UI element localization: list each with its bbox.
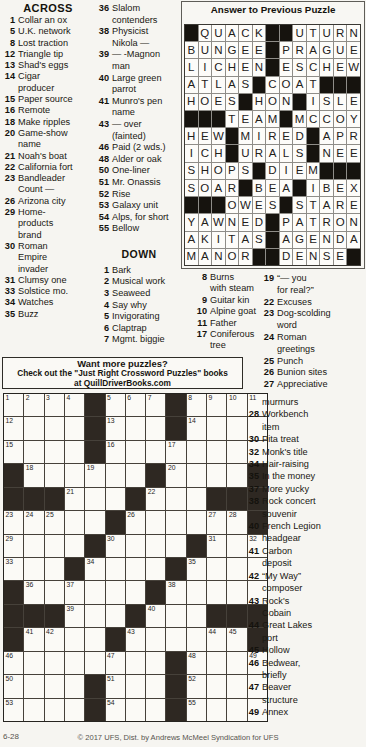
answer-letter-cell: M: [185, 249, 198, 265]
answer-letter-cell: A: [239, 232, 252, 248]
clue-number: 6: [96, 323, 112, 335]
puzzle-entry-cell[interactable]: [85, 488, 104, 510]
answer-letter-cell: L: [334, 94, 347, 110]
puzzle-entry-cell[interactable]: [24, 675, 43, 697]
puzzle-block-cell: [166, 558, 185, 580]
clue-text: Slalomcontenders: [112, 3, 182, 26]
puzzle-entry-cell[interactable]: [24, 699, 43, 721]
puzzle-entry-cell[interactable]: [146, 699, 165, 721]
puzzle-entry-cell[interactable]: 5: [106, 394, 125, 416]
answer-letter-cell: S: [293, 197, 306, 213]
puzzle-entry-cell[interactable]: [106, 464, 125, 486]
answer-letter-cell: W: [347, 59, 360, 75]
answer-letter-cell: B: [253, 180, 266, 196]
puzzle-entry-cell[interactable]: 22: [146, 488, 165, 510]
clue-number: 47: [245, 681, 262, 693]
answer-letter-cell: C: [239, 25, 252, 41]
answer-letter-cell: I: [199, 59, 212, 75]
clue-number: 18: [1, 117, 18, 128]
promo-box: Want more puzzles? Check out the "Just R…: [2, 357, 243, 389]
clue-20: 20Game-showname: [1, 128, 95, 151]
puzzle-entry-cell[interactable]: [106, 605, 125, 627]
puzzle-entry-cell[interactable]: [207, 581, 226, 603]
clue-text-line: Dog-scolding: [277, 308, 366, 320]
puzzle-entry-cell[interactable]: [207, 441, 226, 463]
answer-block-cell: [266, 249, 279, 265]
cell-number: 16: [107, 441, 115, 449]
puzzle-block-cell: [85, 417, 104, 439]
puzzle-entry-cell[interactable]: 20: [166, 464, 185, 486]
puzzle-entry-cell[interactable]: 26: [126, 511, 145, 533]
cell-number: 15: [6, 441, 14, 449]
puzzle-entry-cell[interactable]: [85, 605, 104, 627]
clue-31: 31Clumsy one: [1, 275, 95, 286]
across-header: ACROSS: [1, 2, 95, 15]
puzzle-entry-cell[interactable]: [166, 511, 185, 533]
puzzle-entry-cell[interactable]: 15: [4, 441, 23, 463]
clue-text-line: Cobain: [262, 607, 366, 619]
across-clues-column-1: ACROSS 1Collar an ox5U.K. network8Lost t…: [1, 2, 95, 320]
puzzle-entry-cell[interactable]: 40: [146, 605, 165, 627]
puzzle-entry-cell[interactable]: [187, 581, 206, 603]
clue-22: 22California fort: [1, 162, 95, 173]
puzzle-entry-cell[interactable]: [126, 675, 145, 697]
puzzle-entry-cell[interactable]: [106, 581, 125, 603]
puzzle-block-cell: [106, 511, 125, 533]
puzzle-entry-cell[interactable]: [24, 417, 43, 439]
clue-text-line: “My Way”: [262, 570, 366, 582]
clue-text-line: Cigar: [18, 71, 95, 82]
answer-letter-cell: A: [185, 232, 198, 248]
puzzle-entry-cell[interactable]: 39: [65, 605, 84, 627]
puzzle-entry-cell[interactable]: [227, 464, 246, 486]
answer-block-cell: [185, 25, 198, 41]
answer-letter-cell: K: [199, 232, 212, 248]
clue-text: Alps, for short: [112, 212, 182, 224]
answer-letter-cell: I: [253, 128, 266, 144]
clue-27: 27Appreciative: [261, 379, 366, 391]
copyright-line: © 2017 UFS, Dist. by Andrews McMeel Synd…: [33, 733, 323, 742]
puzzle-entry-cell[interactable]: 38: [166, 581, 185, 603]
puzzle-entry-cell[interactable]: [45, 581, 64, 603]
puzzle-entry-cell[interactable]: [126, 441, 145, 463]
puzzle-entry-cell[interactable]: [126, 558, 145, 580]
puzzle-entry-cell[interactable]: [146, 675, 165, 697]
puzzle-entry-cell[interactable]: 27: [207, 511, 226, 533]
answer-letter-cell: C: [199, 145, 212, 161]
clue-42: 42“My Way”composer: [245, 570, 366, 595]
puzzle-entry-cell[interactable]: [227, 535, 246, 557]
puzzle-entry-cell[interactable]: [45, 441, 64, 463]
clue-text-line: briefly: [262, 669, 366, 681]
clue-47: 47Beaverstructure: [245, 681, 366, 706]
puzzle-entry-cell[interactable]: 4: [65, 394, 84, 416]
puzzle-entry-cell[interactable]: [65, 441, 84, 463]
puzzle-entry-cell[interactable]: [85, 581, 104, 603]
puzzle-entry-cell[interactable]: 29: [4, 535, 23, 557]
puzzle-entry-cell[interactable]: [187, 628, 206, 650]
puzzle-entry-cell[interactable]: [126, 417, 145, 439]
puzzle-entry-cell[interactable]: [227, 675, 246, 697]
answer-letter-cell: A: [320, 197, 333, 213]
clue-8: 8Burnswith steam: [194, 272, 262, 295]
clue-text-line: deposit: [262, 557, 366, 569]
answer-letter-cell: A: [307, 42, 320, 58]
answer-letter-cell: B: [320, 180, 333, 196]
puzzle-entry-cell[interactable]: 37: [65, 581, 84, 603]
puzzle-entry-cell[interactable]: [146, 535, 165, 557]
answer-letter-cell: S: [239, 163, 252, 179]
puzzle-entry-cell[interactable]: [24, 652, 43, 674]
answer-letter-cell: M: [266, 111, 279, 127]
puzzle-entry-cell[interactable]: 52: [187, 675, 206, 697]
clue-34: 34Watches: [1, 297, 95, 308]
puzzle-entry-cell[interactable]: 2: [24, 394, 43, 416]
promo-url: at QuillDriverBooks.com: [3, 379, 242, 389]
clue-text-line: French Legion: [262, 520, 366, 532]
puzzle-block-cell: [85, 441, 104, 463]
clue-28: 28Workbenchitem: [245, 408, 366, 433]
clue-text: Mgmt. biggie: [112, 334, 182, 346]
puzzle-entry-cell[interactable]: [227, 441, 246, 463]
answer-letter-cell: N: [212, 42, 225, 58]
puzzle-entry-cell[interactable]: 54: [106, 699, 125, 721]
cell-number: 26: [127, 511, 135, 519]
puzzle-block-cell: [166, 675, 185, 697]
puzzle-entry-cell[interactable]: [146, 628, 165, 650]
clue-18: 18Make ripples: [1, 117, 95, 128]
puzzle-entry-cell[interactable]: 36: [24, 581, 43, 603]
cell-number: 44: [209, 628, 217, 636]
clue-number: 9: [194, 295, 210, 306]
answer-letter-cell: H: [212, 145, 225, 161]
puzzle-entry-cell[interactable]: 7: [146, 394, 165, 416]
answer-letter-cell: H: [226, 59, 239, 75]
puzzle-entry-cell[interactable]: 1: [4, 394, 23, 416]
answer-letter-cell: I: [280, 163, 293, 179]
clue-number: 30: [245, 433, 262, 445]
puzzle-entry-cell[interactable]: [24, 558, 43, 580]
puzzle-entry-cell[interactable]: [65, 675, 84, 697]
answer-letter-cell: C: [212, 59, 225, 75]
puzzle-entry-cell[interactable]: [146, 511, 165, 533]
puzzle-entry-cell[interactable]: 44: [207, 628, 226, 650]
clue-number: 43: [96, 119, 112, 131]
puzzle-entry-cell[interactable]: 12: [4, 417, 23, 439]
puzzle-entry-cell[interactable]: [45, 558, 64, 580]
puzzle-entry-cell[interactable]: [187, 488, 206, 510]
answer-letter-cell: A: [293, 77, 306, 93]
clue-text-line: Alder or oak: [112, 154, 182, 166]
clue-23: 23Dog-scoldingword: [261, 308, 366, 332]
puzzle-block-cell: [45, 605, 64, 627]
answer-letter-cell: N: [212, 249, 225, 265]
puzzle-entry-cell[interactable]: 47: [106, 652, 125, 674]
puzzle-entry-cell[interactable]: [106, 558, 125, 580]
puzzle-entry-cell[interactable]: 13: [106, 417, 125, 439]
clue-text: Buzz: [18, 309, 95, 320]
clue-number: 1: [1, 15, 18, 26]
puzzle-entry-cell[interactable]: 53: [4, 699, 23, 721]
puzzle-entry-cell[interactable]: 18: [24, 464, 43, 486]
puzzle-entry-cell[interactable]: 35: [187, 558, 206, 580]
clue-text: Rise: [112, 189, 182, 201]
puzzle-entry-cell[interactable]: [85, 652, 104, 674]
puzzle-entry-cell[interactable]: [207, 417, 226, 439]
clue-number: 13: [1, 60, 18, 71]
clue-number: 22: [261, 297, 277, 309]
answer-letter-cell: A: [199, 214, 212, 230]
down-clue-list-2: 8Burnswith steam9Guitar kin10Alpine goat…: [194, 272, 262, 352]
cell-number: 46: [6, 652, 14, 660]
clue-number: 33: [1, 286, 18, 297]
puzzle-entry-cell[interactable]: [207, 464, 226, 486]
puzzle-entry-cell[interactable]: 14: [187, 417, 206, 439]
puzzle-entry-cell[interactable]: 30: [106, 535, 125, 557]
cell-number: 42: [46, 628, 54, 636]
puzzle-entry-cell[interactable]: 48: [187, 652, 206, 674]
puzzle-block-cell: [4, 581, 23, 603]
answer-letter-cell: O: [226, 249, 239, 265]
puzzle-entry-cell[interactable]: [146, 558, 165, 580]
clue-text: Cigarproducer: [18, 71, 95, 94]
answer-letter-cell: R: [320, 214, 333, 230]
cell-number: 30: [107, 535, 115, 543]
clue-text-line: Guitar kin: [210, 295, 262, 306]
puzzle-entry-cell[interactable]: 6: [126, 394, 145, 416]
clue-text: Remote: [18, 105, 95, 116]
puzzle-entry-cell[interactable]: [187, 605, 206, 627]
answer-letter-cell: H: [320, 59, 333, 75]
puzzle-entry-cell[interactable]: 16: [106, 441, 125, 463]
clue-text-line: Slalom: [112, 3, 182, 15]
clue-text: Munro's penname: [112, 96, 182, 119]
answer-letter-cell: A: [212, 180, 225, 196]
down-clues-column-a: 8Burnswith steam9Guitar kin10Alpine goat…: [194, 272, 262, 352]
answer-letter-cell: D: [334, 232, 347, 248]
clue-text-line: — -Magnon: [112, 49, 182, 61]
clue-text-line: Annex: [262, 706, 366, 718]
puzzle-entry-cell[interactable]: [207, 675, 226, 697]
puzzle-entry-cell[interactable]: [45, 652, 64, 674]
puzzle-entry-cell[interactable]: [24, 535, 43, 557]
answer-block-cell: [253, 77, 266, 93]
answer-letter-cell: S: [226, 94, 239, 110]
puzzle-entry-cell[interactable]: 51: [106, 675, 125, 697]
cell-number: 43: [127, 628, 135, 636]
puzzle-entry-cell[interactable]: [227, 581, 246, 603]
answer-block-cell: [253, 249, 266, 265]
puzzle-entry-cell[interactable]: [126, 581, 145, 603]
clue-35: 35Buzz: [1, 309, 95, 320]
puzzle-entry-cell[interactable]: 25: [45, 511, 64, 533]
puzzle-entry-cell[interactable]: 28: [227, 511, 246, 533]
clue-text-line: name: [18, 139, 95, 150]
puzzle-entry-cell[interactable]: 31: [207, 535, 226, 557]
puzzle-block-cell: [207, 488, 226, 510]
puzzle-entry-cell[interactable]: [106, 488, 125, 510]
puzzle-entry-cell[interactable]: [207, 558, 226, 580]
answer-letter-cell: R: [293, 42, 306, 58]
puzzle-entry-cell[interactable]: [126, 464, 145, 486]
puzzle-entry-cell[interactable]: [146, 417, 165, 439]
clue-text: Bedwear,briefly: [262, 657, 366, 682]
clue-number: 34: [245, 458, 262, 470]
clue-30: 30RomanEmpireinvader: [1, 241, 95, 275]
clue-text: Rock concertsouvenir: [262, 495, 366, 520]
puzzle-entry-cell[interactable]: [65, 464, 84, 486]
puzzle-entry-cell[interactable]: 9: [207, 394, 226, 416]
clue-text-line: Burns: [210, 272, 262, 283]
puzzle-block-cell: [126, 488, 145, 510]
answer-letter-cell: T: [226, 111, 239, 127]
puzzle-entry-cell[interactable]: [65, 628, 84, 650]
clue-text-line: Say why: [112, 300, 182, 312]
clue-40: 40Large greenparrot: [96, 73, 182, 96]
clue-21: 21Noah's boat: [1, 151, 95, 162]
clue-text-line: Rock concert: [262, 495, 366, 507]
clue-continuation: murmurs: [245, 396, 366, 408]
cell-number: 6: [127, 394, 131, 402]
clue-text: Hollow: [262, 644, 366, 656]
puzzle-entry-cell[interactable]: [227, 699, 246, 721]
answer-letter-cell: L: [280, 145, 293, 161]
clue-14: 14Cigarproducer: [1, 71, 95, 94]
puzzle-entry-cell[interactable]: [207, 699, 226, 721]
puzzle-entry-cell[interactable]: 3: [45, 394, 64, 416]
puzzle-block-cell: [4, 488, 23, 510]
clue-text-line: In the money: [262, 470, 366, 482]
puzzle-entry-cell[interactable]: 23: [4, 511, 23, 533]
clue-text-line: Father: [210, 318, 262, 329]
clue-text-line: Alps, for short: [112, 212, 182, 224]
puzzle-entry-cell[interactable]: 41: [24, 628, 43, 650]
clue-number: 24: [261, 332, 277, 344]
answer-letter-cell: O: [334, 111, 347, 127]
puzzle-entry-cell[interactable]: [166, 628, 185, 650]
puzzle-entry-cell[interactable]: [187, 464, 206, 486]
clue-text: Great Lakesport: [262, 619, 366, 644]
puzzle-entry-cell[interactable]: [45, 464, 64, 486]
answer-letter-cell: E: [347, 42, 360, 58]
puzzle-entry-cell[interactable]: 24: [24, 511, 43, 533]
puzzle-entry-cell[interactable]: [65, 652, 84, 674]
answer-letter-cell: N: [320, 145, 333, 161]
puzzle-entry-cell[interactable]: 34: [85, 558, 104, 580]
puzzle-entry-cell[interactable]: [187, 441, 206, 463]
puzzle-entry-cell[interactable]: [126, 535, 145, 557]
cell-number: 5: [107, 394, 111, 402]
puzzle-entry-cell[interactable]: [227, 417, 246, 439]
clue-text: Paid (2 wds.): [112, 142, 182, 154]
clue-number: 39: [96, 49, 112, 61]
puzzle-entry-cell[interactable]: [166, 535, 185, 557]
puzzle-entry-cell[interactable]: 19: [85, 464, 104, 486]
clue-number: 42: [245, 570, 262, 582]
clue-text: Pita treat: [262, 433, 366, 445]
puzzle-entry-cell[interactable]: 10: [227, 394, 246, 416]
puzzle-entry-cell[interactable]: 17: [166, 441, 185, 463]
puzzle-entry-cell[interactable]: 21: [65, 488, 84, 510]
clue-number: 48: [96, 154, 112, 166]
puzzle-entry-cell[interactable]: [146, 441, 165, 463]
puzzle-entry-cell[interactable]: [85, 628, 104, 650]
clue-number: 52: [96, 189, 112, 201]
puzzle-entry-cell[interactable]: [65, 511, 84, 533]
clue-17: 17Coniferoustree: [194, 329, 262, 352]
puzzle-entry-cell[interactable]: [45, 675, 64, 697]
puzzle-entry-cell[interactable]: [166, 605, 185, 627]
puzzle-entry-cell[interactable]: 55: [187, 699, 206, 721]
clue-text: Seaweed: [112, 288, 182, 300]
answer-letter-cell: S: [185, 180, 198, 196]
puzzle-entry-cell[interactable]: 50: [4, 675, 23, 697]
clue-number: 35: [1, 309, 18, 320]
clue-16: 16Remote: [1, 105, 95, 116]
clue-7: 7Mgmt. biggie: [96, 334, 182, 346]
puzzle-entry-cell[interactable]: [227, 558, 246, 580]
answer-letter-cell: E: [239, 42, 252, 58]
clue-1: 1Bark: [96, 265, 182, 277]
puzzle-entry-cell[interactable]: [65, 699, 84, 721]
answer-letter-cell: R: [334, 197, 347, 213]
puzzle-entry-cell[interactable]: [45, 699, 64, 721]
clue-text-line: Rise: [112, 189, 182, 201]
puzzle-entry-cell[interactable]: [45, 417, 64, 439]
answer-letter-cell: E: [334, 249, 347, 265]
puzzle-entry-cell[interactable]: 8: [187, 394, 206, 416]
puzzle-entry-cell[interactable]: [85, 511, 104, 533]
puzzle-entry-cell[interactable]: [65, 417, 84, 439]
answer-letter-cell: M: [239, 128, 252, 144]
puzzle-entry-cell[interactable]: [227, 652, 246, 674]
puzzle-entry-cell[interactable]: [45, 535, 64, 557]
answer-letter-cell: W: [212, 214, 225, 230]
clue-text-line: headgear: [262, 532, 366, 544]
clue-text-line: Invigorating: [112, 311, 182, 323]
answer-letter-cell: T: [199, 77, 212, 93]
puzzle-entry-cell[interactable]: [65, 535, 84, 557]
answer-block-cell: [239, 180, 252, 196]
cell-number: 14: [188, 417, 196, 425]
puzzle-block-cell: [4, 605, 23, 627]
puzzle-entry-cell[interactable]: [187, 511, 206, 533]
puzzle-entry-cell[interactable]: [126, 699, 145, 721]
answer-block-cell: [266, 59, 279, 75]
puzzle-block-cell: [4, 628, 23, 650]
puzzle-entry-cell[interactable]: 43: [126, 628, 145, 650]
clue-number: 23: [261, 308, 277, 320]
answer-letter-cell: I: [212, 232, 225, 248]
cell-number: 23: [6, 511, 14, 519]
puzzle-entry-cell[interactable]: [207, 652, 226, 674]
down-clues-column-c: murmurs28Workbenchitem30Pita treat32Monk…: [245, 396, 366, 719]
puzzle-entry-cell[interactable]: 46: [4, 652, 23, 674]
puzzle-entry-cell[interactable]: [126, 652, 145, 674]
puzzle-entry-cell[interactable]: 42: [45, 628, 64, 650]
clue-55: 55Bellow: [96, 223, 182, 235]
puzzle-block-cell: [85, 675, 104, 697]
puzzle-entry-cell[interactable]: [146, 652, 165, 674]
clue-4: 4Say why: [96, 300, 182, 312]
puzzle-entry-cell[interactable]: [24, 441, 43, 463]
down-clue-list-3: 19“— youfor real?”22Excuses23Dog-scoldin…: [261, 273, 366, 391]
puzzle-entry-cell[interactable]: [166, 488, 185, 510]
puzzle-entry-cell[interactable]: 33: [4, 558, 23, 580]
clue-43: 43— over(fainted): [96, 119, 182, 142]
puzzle-entry-cell[interactable]: 45: [227, 628, 246, 650]
clue-text: Annex: [262, 706, 366, 718]
